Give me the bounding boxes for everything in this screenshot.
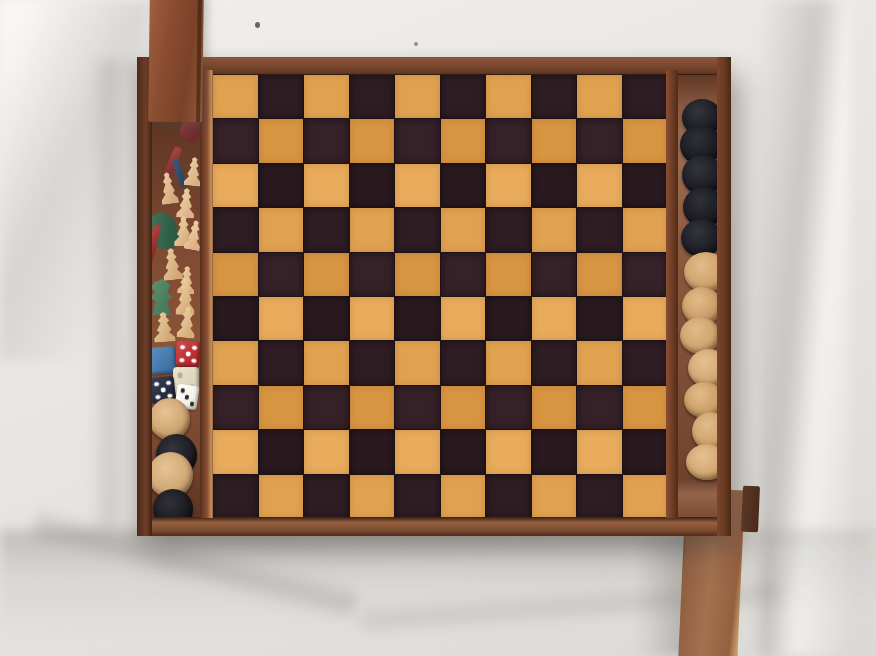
square-i1[interactable]	[577, 475, 622, 518]
square-g3[interactable]	[486, 386, 531, 429]
square-a10[interactable]	[213, 75, 258, 118]
square-a7[interactable]	[213, 208, 258, 251]
square-c9[interactable]	[304, 119, 349, 162]
square-f7[interactable]	[441, 208, 486, 251]
cloth-speck	[255, 22, 260, 28]
square-d4[interactable]	[350, 341, 395, 384]
square-e3[interactable]	[395, 386, 440, 429]
square-e6[interactable]	[395, 253, 440, 296]
right-tray[interactable]	[677, 72, 718, 518]
square-i8[interactable]	[577, 164, 622, 207]
square-c8[interactable]	[304, 164, 349, 207]
square-g10[interactable]	[486, 75, 531, 118]
square-a8[interactable]	[213, 164, 258, 207]
square-g8[interactable]	[486, 164, 531, 207]
left-tray[interactable]	[151, 72, 200, 518]
square-i6[interactable]	[577, 253, 622, 296]
square-a9[interactable]	[213, 119, 258, 162]
square-j7[interactable]	[623, 208, 668, 251]
checkerboard[interactable]	[213, 75, 667, 518]
square-e4[interactable]	[395, 341, 440, 384]
square-b10[interactable]	[259, 75, 304, 118]
square-g2[interactable]	[486, 430, 531, 473]
square-f6[interactable]	[441, 253, 486, 296]
square-a6[interactable]	[213, 253, 258, 296]
frame-rail-top	[137, 57, 731, 75]
square-d10[interactable]	[350, 75, 395, 118]
square-h2[interactable]	[532, 430, 577, 473]
square-j2[interactable]	[623, 430, 668, 473]
square-g1[interactable]	[486, 475, 531, 518]
square-i2[interactable]	[577, 430, 622, 473]
square-b6[interactable]	[259, 253, 304, 296]
square-a5[interactable]	[213, 297, 258, 340]
square-i5[interactable]	[577, 297, 622, 340]
square-d6[interactable]	[350, 253, 395, 296]
square-b2[interactable]	[259, 430, 304, 473]
square-g9[interactable]	[486, 119, 531, 162]
square-h3[interactable]	[532, 386, 577, 429]
square-c3[interactable]	[304, 386, 349, 429]
frame-divider-right	[666, 70, 678, 518]
frame-divider-left	[200, 70, 213, 518]
square-e5[interactable]	[395, 297, 440, 340]
square-d7[interactable]	[350, 208, 395, 251]
square-b4[interactable]	[259, 341, 304, 384]
square-i10[interactable]	[577, 75, 622, 118]
square-f10[interactable]	[441, 75, 486, 118]
square-j5[interactable]	[623, 297, 668, 340]
square-d2[interactable]	[350, 430, 395, 473]
square-g6[interactable]	[486, 253, 531, 296]
square-h9[interactable]	[532, 119, 577, 162]
square-c2[interactable]	[304, 430, 349, 473]
top-slide-lid[interactable]	[148, 0, 204, 122]
square-c10[interactable]	[304, 75, 349, 118]
square-f8[interactable]	[441, 164, 486, 207]
square-h5[interactable]	[532, 297, 577, 340]
square-a1[interactable]	[213, 475, 258, 518]
square-b8[interactable]	[259, 164, 304, 207]
frame-rail-right	[717, 57, 731, 536]
square-f4[interactable]	[441, 341, 486, 384]
square-j4[interactable]	[623, 341, 668, 384]
square-h8[interactable]	[532, 164, 577, 207]
square-j3[interactable]	[623, 386, 668, 429]
square-g7[interactable]	[486, 208, 531, 251]
square-e2[interactable]	[395, 430, 440, 473]
square-i7[interactable]	[577, 208, 622, 251]
square-c4[interactable]	[304, 341, 349, 384]
square-c5[interactable]	[304, 297, 349, 340]
square-a4[interactable]	[213, 341, 258, 384]
square-j9[interactable]	[623, 119, 668, 162]
square-d9[interactable]	[350, 119, 395, 162]
square-b5[interactable]	[259, 297, 304, 340]
square-h10[interactable]	[532, 75, 577, 118]
square-j8[interactable]	[623, 164, 668, 207]
square-h4[interactable]	[532, 341, 577, 384]
square-e8[interactable]	[395, 164, 440, 207]
square-c7[interactable]	[304, 208, 349, 251]
square-d8[interactable]	[350, 164, 395, 207]
square-a3[interactable]	[213, 386, 258, 429]
square-b1[interactable]	[259, 475, 304, 518]
square-f1[interactable]	[441, 475, 486, 518]
square-c1[interactable]	[304, 475, 349, 518]
square-f2[interactable]	[441, 430, 486, 473]
square-j6[interactable]	[623, 253, 668, 296]
cloth-speck	[414, 42, 418, 46]
square-a2[interactable]	[213, 430, 258, 473]
square-h1[interactable]	[532, 475, 577, 518]
square-b7[interactable]	[259, 208, 304, 251]
square-b9[interactable]	[259, 119, 304, 162]
games-box-frame	[137, 57, 731, 536]
square-e1[interactable]	[395, 475, 440, 518]
square-e7[interactable]	[395, 208, 440, 251]
square-f9[interactable]	[441, 119, 486, 162]
square-f5[interactable]	[441, 297, 486, 340]
square-e9[interactable]	[395, 119, 440, 162]
frame-rail-bottom	[137, 517, 731, 536]
square-g5[interactable]	[486, 297, 531, 340]
square-i3[interactable]	[577, 386, 622, 429]
square-h6[interactable]	[532, 253, 577, 296]
square-i9[interactable]	[577, 119, 622, 162]
square-c6[interactable]	[304, 253, 349, 296]
square-e10[interactable]	[395, 75, 440, 118]
square-j10[interactable]	[623, 75, 668, 118]
square-b3[interactable]	[259, 386, 304, 429]
square-d1[interactable]	[350, 475, 395, 518]
tray-bottom-block	[677, 478, 718, 518]
photo-scene	[0, 0, 876, 656]
square-d5[interactable]	[350, 297, 395, 340]
square-g4[interactable]	[486, 341, 531, 384]
square-f3[interactable]	[441, 386, 486, 429]
square-h7[interactable]	[532, 208, 577, 251]
square-j1[interactable]	[623, 475, 668, 518]
square-i4[interactable]	[577, 341, 622, 384]
frame-rail-left	[137, 57, 152, 536]
rail-end-tab	[741, 486, 760, 533]
square-d3[interactable]	[350, 386, 395, 429]
